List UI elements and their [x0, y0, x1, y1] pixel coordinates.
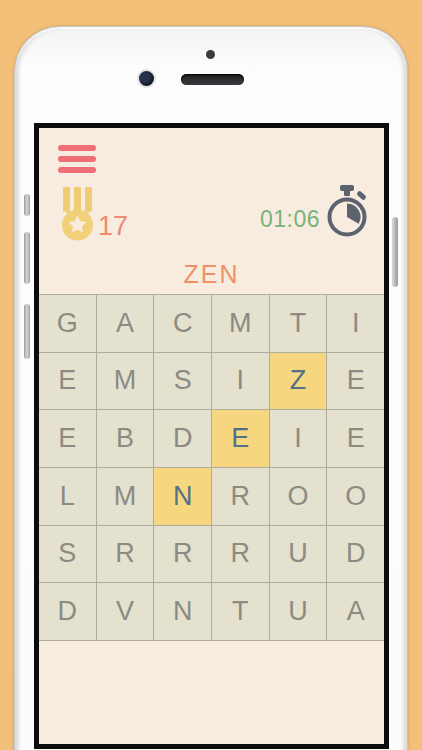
grid-cell-r1c4[interactable]: M: [212, 295, 269, 352]
grid-cell-r1c2[interactable]: A: [97, 295, 154, 352]
grid-cell-r6c4[interactable]: T: [212, 583, 269, 640]
grid-cell-r5c4[interactable]: R: [212, 526, 269, 583]
grid-cell-r6c6[interactable]: A: [327, 583, 384, 640]
iphone-frame: 17 01:06 ZEN GACMTIEMSIZEEBDEIELMNROOSRR…: [14, 26, 408, 750]
current-word: ZEN: [39, 260, 384, 289]
grid-cell-r3c4[interactable]: E: [212, 410, 269, 467]
hamburger-icon: [58, 156, 96, 162]
grid-cell-r4c2[interactable]: M: [97, 468, 154, 525]
grid-cell-r6c5[interactable]: U: [270, 583, 327, 640]
grid-cell-r5c1[interactable]: S: [39, 526, 96, 583]
grid-cell-r5c6[interactable]: D: [327, 526, 384, 583]
proximity-sensor-dot: [206, 50, 215, 59]
grid-cell-r6c3[interactable]: N: [154, 583, 211, 640]
grid-cell-r2c1[interactable]: E: [39, 353, 96, 410]
grid-cell-r3c6[interactable]: E: [327, 410, 384, 467]
grid-cell-r3c1[interactable]: E: [39, 410, 96, 467]
earpiece-speaker: [181, 74, 244, 85]
letter-grid: GACMTIEMSIZEEBDEIELMNROOSRRRUDDVNTUA: [39, 294, 384, 641]
hamburger-icon: [58, 145, 96, 151]
grid-cell-r4c5[interactable]: O: [270, 468, 327, 525]
grid-cell-r1c5[interactable]: T: [270, 295, 327, 352]
grid-cell-r5c2[interactable]: R: [97, 526, 154, 583]
grid-cell-r2c5[interactable]: Z: [270, 353, 327, 410]
grid-cell-r2c4[interactable]: I: [212, 353, 269, 410]
grid-cell-r1c3[interactable]: C: [154, 295, 211, 352]
grid-cell-r1c1[interactable]: G: [39, 295, 96, 352]
grid-cell-r5c3[interactable]: R: [154, 526, 211, 583]
grid-cell-r2c2[interactable]: M: [97, 353, 154, 410]
grid-cell-r4c3[interactable]: N: [154, 468, 211, 525]
grid-cell-r3c3[interactable]: D: [154, 410, 211, 467]
app-screen: 17 01:06 ZEN GACMTIEMSIZEEBDEIELMNROOSRR…: [34, 123, 389, 749]
grid-cell-r6c2[interactable]: V: [97, 583, 154, 640]
grid-cell-r4c1[interactable]: L: [39, 468, 96, 525]
front-camera: [139, 71, 154, 86]
grid-cell-r2c3[interactable]: S: [154, 353, 211, 410]
grid-cell-r3c2[interactable]: B: [97, 410, 154, 467]
grid-cell-r4c4[interactable]: R: [212, 468, 269, 525]
volume-down-button: [24, 304, 30, 359]
grid-cell-r4c6[interactable]: O: [327, 468, 384, 525]
background: 17 01:06 ZEN GACMTIEMSIZEEBDEIELMNROOSRR…: [0, 0, 422, 750]
grid-cell-r6c1[interactable]: D: [39, 583, 96, 640]
stopwatch-icon: [325, 185, 369, 241]
timer-value: 01:06: [260, 208, 320, 231]
volume-up-button: [24, 232, 30, 284]
hamburger-icon: [58, 167, 96, 173]
grid-cell-r5c5[interactable]: U: [270, 526, 327, 583]
grid-cell-r3c5[interactable]: I: [270, 410, 327, 467]
grid-cell-r2c6[interactable]: E: [327, 353, 384, 410]
medal-star-icon: [61, 187, 94, 245]
grid-cell-r1c6[interactable]: I: [327, 295, 384, 352]
menu-button[interactable]: [58, 145, 96, 171]
power-button: [392, 217, 398, 287]
medal-count: 17: [98, 211, 128, 241]
mute-switch: [24, 194, 30, 216]
